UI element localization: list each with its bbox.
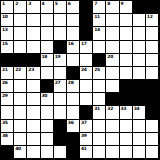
crossword-cell-r8c1[interactable]: 29 [1,93,14,106]
clue-number: 3 [28,1,31,6]
clue-number: 11 [94,14,100,19]
crossword-cell-r1c1[interactable]: 1 [1,1,14,14]
black-cell-r5c3 [27,54,40,67]
crossword-cell-r1c3[interactable]: 3 [27,1,40,14]
crossword-cell-r7c8[interactable] [93,80,106,93]
clue-number: 6 [68,1,71,6]
crossword-cell-r2c1[interactable]: 10 [1,14,14,27]
crossword-cell-r11c8[interactable] [93,133,106,146]
crossword-cell-r7c5[interactable]: 27 [54,80,67,93]
black-cell-r9c7 [80,106,93,119]
crossword-cell-r12c11[interactable] [133,146,146,159]
crossword-cell-r5c11[interactable] [133,54,146,67]
clue-number: 41 [81,146,87,151]
crossword-cell-r11c4[interactable] [41,133,54,146]
crossword-cell-r6c11[interactable] [133,67,146,80]
crossword-cell-r4c12[interactable] [146,41,159,54]
crossword-cell-r12c12[interactable] [146,146,159,159]
clue-number: 8 [107,1,110,6]
clue-number: 38 [2,133,8,138]
crossword-cell-r10c12[interactable] [146,120,159,133]
crossword-cell-r6c8[interactable]: 25 [93,67,106,80]
crossword-board: 1234567891011121314151617181920212223242… [0,0,160,160]
crossword-cell-r7c3[interactable] [27,80,40,93]
black-cell-r8c10 [120,93,133,106]
crossword-cell-r3c12[interactable] [146,27,159,40]
clue-number: 40 [15,146,21,151]
crossword-cell-r8c5[interactable] [54,93,67,106]
clue-number: 18 [42,54,48,59]
crossword-cell-r3c2[interactable] [14,27,27,40]
crossword-cell-r5c12[interactable] [146,54,159,67]
black-cell-r7c10 [120,80,133,93]
crossword-cell-r6c4[interactable] [41,67,54,80]
crossword-cell-r12c3[interactable] [27,146,40,159]
crossword-cell-r11c9[interactable] [106,133,119,146]
black-cell-r12c1 [1,146,14,159]
crossword-cell-r8c3[interactable] [27,93,40,106]
crossword-cell-r7c7[interactable] [80,80,93,93]
crossword-cell-r11c12[interactable] [146,133,159,146]
clue-number: 10 [2,14,8,19]
crossword-cell-r11c1[interactable]: 38 [1,133,14,146]
crossword-cell-r3c8[interactable]: 14 [93,27,106,40]
black-cell-r10c5 [54,120,67,133]
crossword-cell-r6c9[interactable] [106,67,119,80]
crossword-cell-r4c9[interactable] [106,41,119,54]
clue-number: 39 [81,133,87,138]
black-cell-r8c9 [106,93,119,106]
black-cell-r5c1 [1,54,14,67]
clue-number: 36 [68,120,74,125]
crossword-cell-r11c2[interactable] [14,133,27,146]
crossword-cell-r12c9[interactable] [106,146,119,159]
crossword-cell-r1c9[interactable]: 8 [106,1,119,14]
black-cell-r5c2 [14,54,27,67]
crossword-cell-r6c12[interactable] [146,67,159,80]
crossword-cell-r1c6[interactable]: 6 [67,1,80,14]
black-cell-r3c7 [80,27,93,40]
clue-number: 17 [81,41,87,46]
crossword-cell-r8c7[interactable] [80,93,93,106]
crossword-cell-r12c8[interactable] [93,146,106,159]
crossword-cell-r5c9[interactable]: 20 [106,54,119,67]
crossword-cell-r1c10[interactable]: 9 [120,1,133,14]
clue-number: 24 [81,67,87,72]
crossword-cell-r9c8[interactable]: 31 [93,106,106,119]
crossword-cell-r1c2[interactable]: 2 [14,1,27,14]
crossword-cell-r9c10[interactable]: 33 [120,106,133,119]
crossword-cell-r10c6[interactable]: 36 [67,120,80,133]
crossword-cell-r6c7[interactable]: 24 [80,67,93,80]
crossword-cell-r4c2[interactable] [14,41,27,54]
crossword-cell-r3c11[interactable] [133,27,146,40]
crossword-cell-r2c3[interactable] [27,14,40,27]
clue-number: 22 [15,67,21,72]
black-cell-r6c6 [67,67,80,80]
crossword-cell-r3c5[interactable] [54,27,67,40]
clue-number: 29 [2,93,8,98]
clue-number: 26 [2,80,8,85]
crossword-cell-r9c1[interactable] [1,106,14,119]
crossword-cell-r12c2[interactable]: 40 [14,146,27,159]
clue-number: 21 [2,67,8,72]
black-cell-r7c11 [133,80,146,93]
crossword-cell-r7c1[interactable]: 26 [1,80,14,93]
crossword-cell-r3c10[interactable] [120,27,133,40]
crossword-cell-r12c5[interactable] [54,146,67,159]
crossword-cell-r5c6[interactable] [67,54,80,67]
crossword-cell-r12c10[interactable] [120,146,133,159]
crossword-cell-r9c3[interactable] [27,106,40,119]
crossword-cell-r10c3[interactable] [27,120,40,133]
crossword-cell-r2c9[interactable] [106,14,119,27]
black-cell-r5c8 [93,54,106,67]
black-cell-r7c4 [41,80,54,93]
crossword-cell-r2c5[interactable] [54,14,67,27]
crossword-cell-r12c7[interactable]: 41 [80,146,93,159]
black-cell-r9c12 [146,106,159,119]
clue-number: 19 [55,54,61,59]
clue-number: 4 [42,1,45,6]
black-cell-r1c12 [146,1,159,14]
crossword-cell-r1c5[interactable]: 5 [54,1,67,14]
crossword-cell-r2c6[interactable] [67,14,80,27]
crossword-cell-r8c2[interactable] [14,93,27,106]
crossword-cell-r11c7[interactable]: 39 [80,133,93,146]
black-cell-r1c11 [133,1,146,14]
clue-number: 5 [55,1,58,6]
clue-number: 32 [107,106,113,111]
crossword-cell-r2c10[interactable] [120,14,133,27]
crossword-cell-r4c7[interactable]: 17 [80,41,93,54]
crossword-cell-r2c4[interactable] [41,14,54,27]
crossword-cell-r12c4[interactable] [41,146,54,159]
crossword-cell-r10c8[interactable] [93,120,106,133]
crossword-cell-r5c5[interactable]: 19 [54,54,67,67]
crossword-cell-r4c6[interactable]: 16 [67,41,80,54]
black-cell-r4c5 [54,41,67,54]
clue-number: 7 [94,1,97,6]
black-cell-r2c7 [80,14,93,27]
crossword-cell-r10c11[interactable] [133,120,146,133]
clue-number: 34 [134,106,140,111]
black-cell-r8c11 [133,93,146,106]
black-cell-r7c12 [146,80,159,93]
clue-number: 27 [55,80,61,85]
crossword-cell-r2c8[interactable]: 11 [93,14,106,27]
crossword-cell-r10c7[interactable]: 37 [80,120,93,133]
black-cell-r11c6 [67,133,80,146]
clue-number: 35 [2,120,8,125]
crossword-cell-r3c4[interactable] [41,27,54,40]
crossword-cell-r10c2[interactable] [14,120,27,133]
crossword-cell-r5c7[interactable] [80,54,93,67]
crossword-cell-r8c6[interactable] [67,93,80,106]
crossword-cell-r10c4[interactable] [41,120,54,133]
black-cell-r12c6 [67,146,80,159]
clue-number: 12 [147,14,153,19]
crossword-cell-r10c9[interactable] [106,120,119,133]
crossword-cell-r7c6[interactable]: 28 [67,80,80,93]
crossword-cell-r4c4[interactable] [41,41,54,54]
clue-number: 31 [94,106,100,111]
black-cell-r1c7 [80,1,93,14]
clue-number: 9 [121,1,124,6]
crossword-cell-r7c9[interactable] [106,80,119,93]
crossword-cell-r9c5[interactable] [54,106,67,119]
crossword-cell-r3c3[interactable] [27,27,40,40]
clue-number: 23 [28,67,34,72]
crossword-cell-r5c10[interactable] [120,54,133,67]
crossword-cell-r11c10[interactable] [120,133,133,146]
crossword-cell-r10c10[interactable] [120,120,133,133]
crossword-cell-r11c3[interactable] [27,133,40,146]
crossword-cell-r2c12[interactable]: 12 [146,14,159,27]
crossword-cell-r6c3[interactable]: 23 [27,67,40,80]
clue-number: 1 [2,1,5,6]
crossword-cell-r8c4[interactable]: 30 [41,93,54,106]
crossword-cell-r2c11[interactable] [133,14,146,27]
black-cell-r11c5 [54,133,67,146]
clue-number: 13 [2,27,8,32]
crossword-cell-r10c1[interactable]: 35 [1,120,14,133]
crossword-cell-r11c11[interactable] [133,133,146,146]
crossword-cell-r9c9[interactable]: 32 [106,106,119,119]
crossword-cell-r3c1[interactable]: 13 [1,27,14,40]
crossword-cell-r9c6[interactable] [67,106,80,119]
crossword-cell-r8c8[interactable] [93,93,106,106]
crossword-cell-r5c4[interactable]: 18 [41,54,54,67]
crossword-cell-r4c10[interactable] [120,41,133,54]
crossword-cell-r1c4[interactable]: 4 [41,1,54,14]
clue-number: 20 [107,54,113,59]
black-cell-r8c12 [146,93,159,106]
crossword-cell-r4c11[interactable] [133,41,146,54]
crossword-cell-r4c3[interactable] [27,41,40,54]
clue-number: 14 [94,27,100,32]
crossword-cell-r1c8[interactable]: 7 [93,1,106,14]
crossword-cell-r6c1[interactable]: 21 [1,67,14,80]
crossword-cell-r9c4[interactable] [41,106,54,119]
clue-number: 37 [81,120,87,125]
crossword-cell-r4c1[interactable]: 15 [1,41,14,54]
clue-number: 15 [2,41,8,46]
clue-number: 30 [42,93,48,98]
crossword-cell-r9c2[interactable] [14,106,27,119]
crossword-cell-r4c8[interactable] [93,41,106,54]
clue-number: 28 [68,80,74,85]
clue-number: 25 [94,67,100,72]
crossword-cell-r6c5[interactable] [54,67,67,80]
crossword-cell-r3c9[interactable] [106,27,119,40]
crossword-cell-r2c2[interactable] [14,14,27,27]
crossword-cell-r6c10[interactable] [120,67,133,80]
clue-number: 16 [68,41,74,46]
crossword-cell-r6c2[interactable]: 22 [14,67,27,80]
clue-number: 33 [121,106,127,111]
crossword-cell-r7c2[interactable] [14,80,27,93]
crossword-cell-r9c11[interactable]: 34 [133,106,146,119]
clue-number: 2 [15,1,18,6]
crossword-cell-r3c6[interactable] [67,27,80,40]
